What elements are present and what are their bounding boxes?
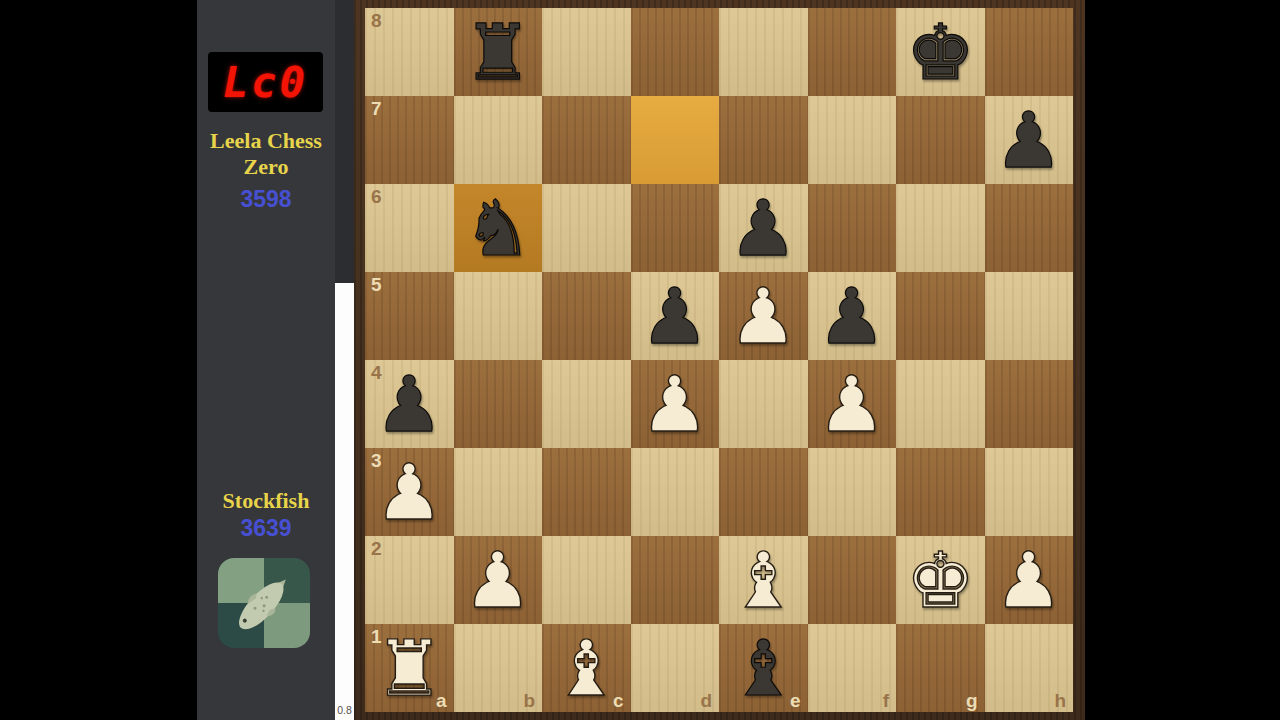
square-g7[interactable] (896, 96, 985, 184)
square-f7[interactable] (808, 96, 897, 184)
piece-white-king-g2[interactable]: ♚ (896, 536, 985, 624)
square-f6[interactable] (808, 184, 897, 272)
file-label-g: g (966, 690, 978, 712)
square-e4[interactable] (719, 360, 808, 448)
rank-label-5: 5 (371, 274, 382, 296)
evaluation-value: 0.8 (335, 704, 354, 716)
piece-white-pawn-b2[interactable]: ♟ (454, 536, 543, 624)
square-f1[interactable]: f (808, 624, 897, 712)
square-g5[interactable] (896, 272, 985, 360)
square-b8[interactable]: ♜ (454, 8, 543, 96)
piece-white-pawn-h2[interactable]: ♟ (985, 536, 1074, 624)
square-h1[interactable]: h (985, 624, 1074, 712)
square-g8[interactable]: ♚ (896, 8, 985, 96)
square-d1[interactable]: d (631, 624, 720, 712)
white-player-name: Stockfish (197, 488, 335, 514)
square-b2[interactable]: ♟ (454, 536, 543, 624)
piece-white-pawn-e5[interactable]: ♟ (719, 272, 808, 360)
engine-sidebar: Lc0 Leela Chess Zero 3598 Stockfish 3639 (197, 0, 335, 720)
square-e1[interactable]: e♝ (719, 624, 808, 712)
square-b3[interactable] (454, 448, 543, 536)
square-e8[interactable] (719, 8, 808, 96)
white-player-rating: 3639 (197, 515, 335, 542)
square-c7[interactable] (542, 96, 631, 184)
stockfish-logo (218, 558, 310, 648)
rank-label-7: 7 (371, 98, 382, 120)
piece-black-pawn-d5[interactable]: ♟ (631, 272, 720, 360)
lc0-logo: Lc0 (208, 52, 323, 112)
lc0-logo-text: Lc0 (223, 58, 308, 107)
square-h2[interactable]: ♟ (985, 536, 1074, 624)
piece-black-pawn-a4[interactable]: ♟ (365, 360, 454, 448)
square-f8[interactable] (808, 8, 897, 96)
piece-white-pawn-a3[interactable]: ♟ (365, 448, 454, 536)
piece-white-rook-a1[interactable]: ♜ (365, 624, 454, 712)
square-h4[interactable] (985, 360, 1074, 448)
piece-black-pawn-e6[interactable]: ♟ (719, 184, 808, 272)
square-e7[interactable] (719, 96, 808, 184)
square-d4[interactable]: ♟ (631, 360, 720, 448)
chessboard-frame: 8♜♚7♟6♞♟5♟♟♟4♟♟♟3♟2♟♝♚♟1a♜bc♝de♝fgh (354, 0, 1085, 720)
square-c2[interactable] (542, 536, 631, 624)
square-c5[interactable] (542, 272, 631, 360)
piece-black-rook-b8[interactable]: ♜ (454, 8, 543, 96)
square-a4[interactable]: 4♟ (365, 360, 454, 448)
rank-label-2: 2 (371, 538, 382, 560)
square-d6[interactable] (631, 184, 720, 272)
fish-icon (218, 558, 310, 648)
chessboard: 8♜♚7♟6♞♟5♟♟♟4♟♟♟3♟2♟♝♚♟1a♜bc♝de♝fgh (365, 8, 1073, 712)
black-player-name-line2: Zero (197, 154, 335, 180)
rank-label-6: 6 (371, 186, 382, 208)
square-g6[interactable] (896, 184, 985, 272)
square-d3[interactable] (631, 448, 720, 536)
piece-white-bishop-c1[interactable]: ♝ (542, 624, 631, 712)
square-f3[interactable] (808, 448, 897, 536)
square-h5[interactable] (985, 272, 1074, 360)
square-a3[interactable]: 3♟ (365, 448, 454, 536)
evaluation-bar-white-fill (335, 283, 354, 720)
square-b7[interactable] (454, 96, 543, 184)
black-player-rating: 3598 (197, 186, 335, 213)
piece-black-king-g8[interactable]: ♚ (896, 8, 985, 96)
file-label-b: b (523, 690, 535, 712)
square-d2[interactable] (631, 536, 720, 624)
square-f5[interactable]: ♟ (808, 272, 897, 360)
piece-black-pawn-f5[interactable]: ♟ (808, 272, 897, 360)
square-b5[interactable] (454, 272, 543, 360)
square-g1[interactable]: g (896, 624, 985, 712)
square-e3[interactable] (719, 448, 808, 536)
piece-white-bishop-e2[interactable]: ♝ (719, 536, 808, 624)
square-e5[interactable]: ♟ (719, 272, 808, 360)
square-h8[interactable] (985, 8, 1074, 96)
square-b4[interactable] (454, 360, 543, 448)
broadcast-frame: Lc0 Leela Chess Zero 3598 Stockfish 3639 (0, 0, 1280, 720)
square-a2[interactable]: 2 (365, 536, 454, 624)
file-label-h: h (1054, 690, 1066, 712)
square-g4[interactable] (896, 360, 985, 448)
file-label-d: d (700, 690, 712, 712)
square-c8[interactable] (542, 8, 631, 96)
square-e6[interactable]: ♟ (719, 184, 808, 272)
rank-label-8: 8 (371, 10, 382, 32)
black-player-name-line1: Leela Chess (197, 128, 335, 154)
square-f2[interactable] (808, 536, 897, 624)
square-a8[interactable]: 8 (365, 8, 454, 96)
piece-white-pawn-f4[interactable]: ♟ (808, 360, 897, 448)
square-a5[interactable]: 5 (365, 272, 454, 360)
letterbox-left (0, 0, 197, 720)
square-a1[interactable]: 1a♜ (365, 624, 454, 712)
square-a7[interactable]: 7 (365, 96, 454, 184)
square-b6[interactable]: ♞ (454, 184, 543, 272)
piece-black-pawn-h7[interactable]: ♟ (985, 96, 1074, 184)
square-a6[interactable]: 6 (365, 184, 454, 272)
square-h3[interactable] (985, 448, 1074, 536)
piece-black-knight-b6[interactable]: ♞ (454, 184, 543, 272)
piece-black-bishop-e1[interactable]: ♝ (719, 624, 808, 712)
evaluation-bar: 0.8 (335, 0, 354, 720)
piece-white-pawn-d4[interactable]: ♟ (631, 360, 720, 448)
square-h7[interactable]: ♟ (985, 96, 1074, 184)
square-c3[interactable] (542, 448, 631, 536)
square-d5[interactable]: ♟ (631, 272, 720, 360)
square-c6[interactable] (542, 184, 631, 272)
square-e2[interactable]: ♝ (719, 536, 808, 624)
square-c1[interactable]: c♝ (542, 624, 631, 712)
square-d7[interactable] (631, 96, 720, 184)
file-label-f: f (883, 690, 889, 712)
square-c4[interactable] (542, 360, 631, 448)
square-g3[interactable] (896, 448, 985, 536)
square-g2[interactable]: ♚ (896, 536, 985, 624)
black-player-name: Leela Chess Zero (197, 128, 335, 181)
letterbox-right (1085, 0, 1280, 720)
square-b1[interactable]: b (454, 624, 543, 712)
square-h6[interactable] (985, 184, 1074, 272)
square-f4[interactable]: ♟ (808, 360, 897, 448)
square-d8[interactable] (631, 8, 720, 96)
